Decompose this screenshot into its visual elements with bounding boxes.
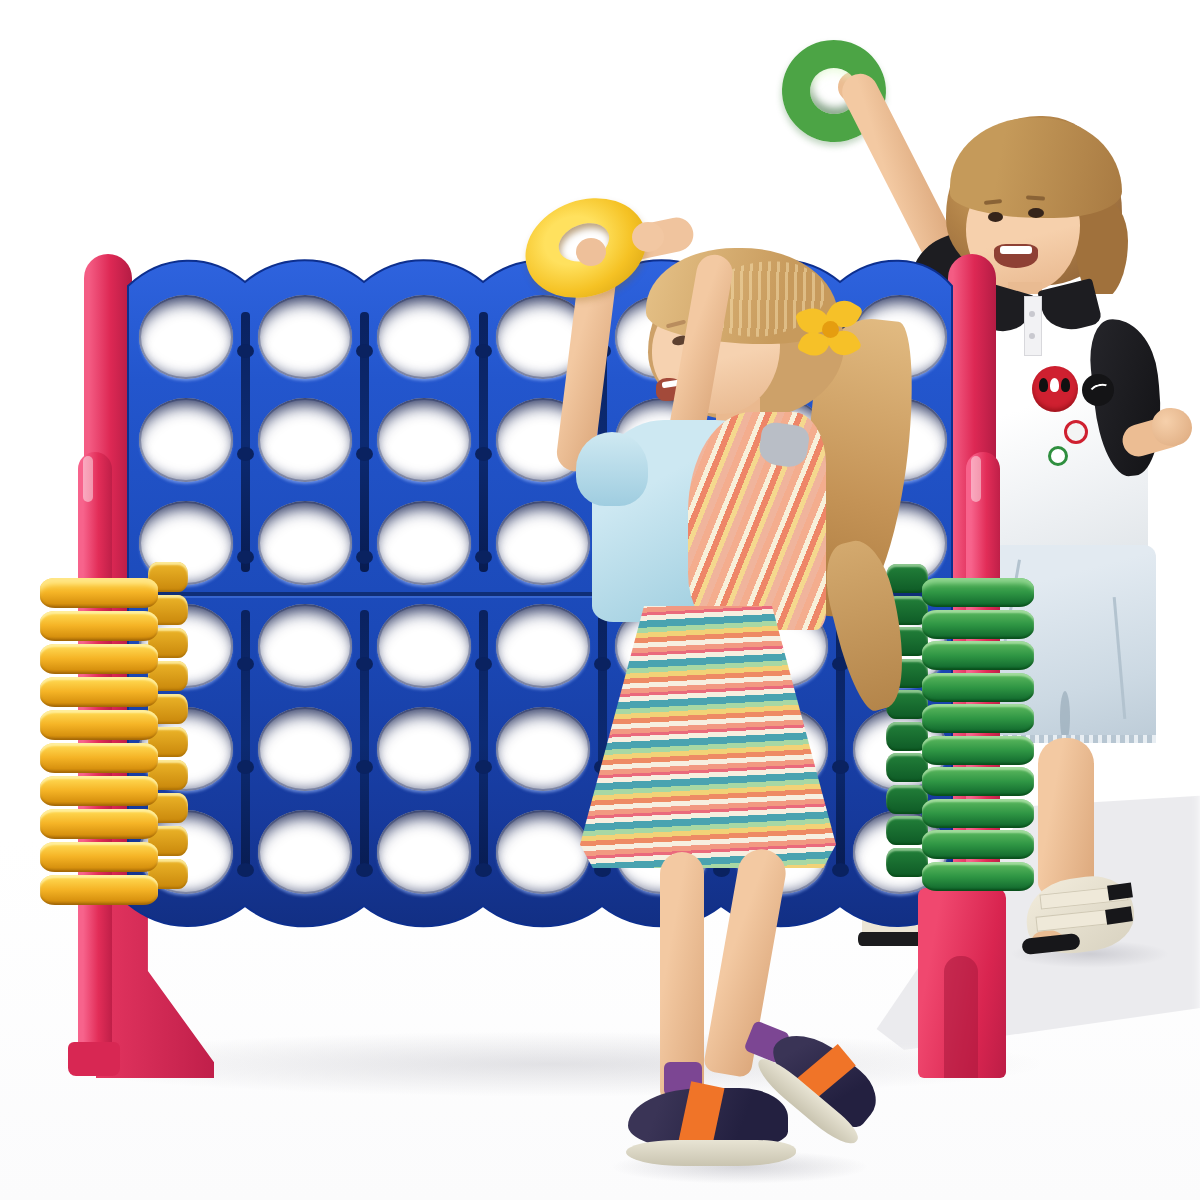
girl-hair-bow [798, 300, 862, 360]
player-girl [0, 0, 1200, 1200]
girl-left-hand [632, 222, 664, 252]
shoe-sole [626, 1140, 796, 1166]
girl-ponytail-tip [816, 535, 919, 715]
girl-striped-skirt [580, 606, 836, 868]
girl-left-shoe [626, 1082, 798, 1176]
bow-center [822, 321, 839, 338]
girl-right-hand [576, 238, 606, 266]
scene [0, 0, 1200, 1200]
girl-right-sleeve [576, 432, 648, 506]
